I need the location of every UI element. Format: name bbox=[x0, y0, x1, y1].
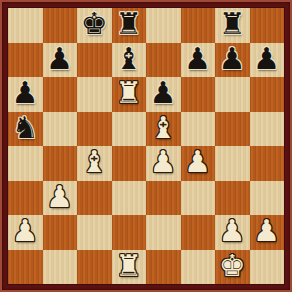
square-e7[interactable] bbox=[146, 43, 181, 78]
black-pawn[interactable]: ♟ bbox=[46, 44, 73, 74]
white-pawn[interactable]: ♟ bbox=[150, 147, 177, 177]
chess-board: ♚♜♜♟♝♟♟♟♟♜♟♞♝♝♟♟♟♟♟♟♜♚ bbox=[8, 8, 284, 284]
square-g8[interactable]: ♜ bbox=[215, 8, 250, 43]
square-g4[interactable] bbox=[215, 146, 250, 181]
square-g6[interactable] bbox=[215, 77, 250, 112]
square-e5[interactable]: ♝ bbox=[146, 112, 181, 147]
square-g1[interactable]: ♚ bbox=[215, 250, 250, 285]
square-a3[interactable] bbox=[8, 181, 43, 216]
square-h4[interactable] bbox=[250, 146, 285, 181]
square-b2[interactable] bbox=[43, 215, 78, 250]
square-c8[interactable]: ♚ bbox=[77, 8, 112, 43]
square-c5[interactable] bbox=[77, 112, 112, 147]
black-knight[interactable]: ♞ bbox=[12, 113, 39, 143]
square-h5[interactable] bbox=[250, 112, 285, 147]
square-d3[interactable] bbox=[112, 181, 147, 216]
square-e8[interactable] bbox=[146, 8, 181, 43]
square-f1[interactable] bbox=[181, 250, 216, 285]
white-pawn[interactable]: ♟ bbox=[253, 216, 280, 246]
white-king[interactable]: ♚ bbox=[219, 251, 246, 281]
white-pawn[interactable]: ♟ bbox=[46, 182, 73, 212]
square-a4[interactable] bbox=[8, 146, 43, 181]
square-e6[interactable]: ♟ bbox=[146, 77, 181, 112]
square-f3[interactable] bbox=[181, 181, 216, 216]
square-b7[interactable]: ♟ bbox=[43, 43, 78, 78]
square-a2[interactable]: ♟ bbox=[8, 215, 43, 250]
square-f6[interactable] bbox=[181, 77, 216, 112]
square-c2[interactable] bbox=[77, 215, 112, 250]
square-b3[interactable]: ♟ bbox=[43, 181, 78, 216]
black-king[interactable]: ♚ bbox=[81, 9, 108, 39]
square-e3[interactable] bbox=[146, 181, 181, 216]
white-pawn[interactable]: ♟ bbox=[12, 216, 39, 246]
black-pawn[interactable]: ♟ bbox=[150, 78, 177, 108]
square-b1[interactable] bbox=[43, 250, 78, 285]
black-bishop[interactable]: ♝ bbox=[115, 44, 142, 74]
square-f4[interactable]: ♟ bbox=[181, 146, 216, 181]
square-c4[interactable]: ♝ bbox=[77, 146, 112, 181]
square-b8[interactable] bbox=[43, 8, 78, 43]
square-f5[interactable] bbox=[181, 112, 216, 147]
square-c3[interactable] bbox=[77, 181, 112, 216]
square-d7[interactable]: ♝ bbox=[112, 43, 147, 78]
square-c1[interactable] bbox=[77, 250, 112, 285]
black-pawn[interactable]: ♟ bbox=[12, 78, 39, 108]
square-g2[interactable]: ♟ bbox=[215, 215, 250, 250]
square-g7[interactable]: ♟ bbox=[215, 43, 250, 78]
white-bishop[interactable]: ♝ bbox=[150, 113, 177, 143]
square-d5[interactable] bbox=[112, 112, 147, 147]
square-h6[interactable] bbox=[250, 77, 285, 112]
square-h1[interactable] bbox=[250, 250, 285, 285]
square-a6[interactable]: ♟ bbox=[8, 77, 43, 112]
square-c7[interactable] bbox=[77, 43, 112, 78]
black-rook[interactable]: ♜ bbox=[115, 9, 142, 39]
square-b5[interactable] bbox=[43, 112, 78, 147]
square-e2[interactable] bbox=[146, 215, 181, 250]
square-b6[interactable] bbox=[43, 77, 78, 112]
white-pawn[interactable]: ♟ bbox=[184, 147, 211, 177]
square-a8[interactable] bbox=[8, 8, 43, 43]
white-rook[interactable]: ♜ bbox=[115, 251, 142, 281]
black-pawn[interactable]: ♟ bbox=[219, 44, 246, 74]
square-d2[interactable] bbox=[112, 215, 147, 250]
square-e4[interactable]: ♟ bbox=[146, 146, 181, 181]
square-e1[interactable] bbox=[146, 250, 181, 285]
square-f8[interactable] bbox=[181, 8, 216, 43]
board-frame: ♚♜♜♟♝♟♟♟♟♜♟♞♝♝♟♟♟♟♟♟♜♚ bbox=[0, 0, 292, 292]
square-b4[interactable] bbox=[43, 146, 78, 181]
white-bishop[interactable]: ♝ bbox=[81, 147, 108, 177]
square-d1[interactable]: ♜ bbox=[112, 250, 147, 285]
square-c6[interactable] bbox=[77, 77, 112, 112]
white-rook[interactable]: ♜ bbox=[115, 78, 142, 108]
black-pawn[interactable]: ♟ bbox=[253, 44, 280, 74]
square-a1[interactable] bbox=[8, 250, 43, 285]
square-a7[interactable] bbox=[8, 43, 43, 78]
white-pawn[interactable]: ♟ bbox=[219, 216, 246, 246]
square-a5[interactable]: ♞ bbox=[8, 112, 43, 147]
black-pawn[interactable]: ♟ bbox=[184, 44, 211, 74]
square-d8[interactable]: ♜ bbox=[112, 8, 147, 43]
square-g3[interactable] bbox=[215, 181, 250, 216]
square-f7[interactable]: ♟ bbox=[181, 43, 216, 78]
square-h8[interactable] bbox=[250, 8, 285, 43]
square-g5[interactable] bbox=[215, 112, 250, 147]
square-f2[interactable] bbox=[181, 215, 216, 250]
square-h2[interactable]: ♟ bbox=[250, 215, 285, 250]
black-rook[interactable]: ♜ bbox=[219, 9, 246, 39]
square-h7[interactable]: ♟ bbox=[250, 43, 285, 78]
square-d6[interactable]: ♜ bbox=[112, 77, 147, 112]
square-d4[interactable] bbox=[112, 146, 147, 181]
square-h3[interactable] bbox=[250, 181, 285, 216]
